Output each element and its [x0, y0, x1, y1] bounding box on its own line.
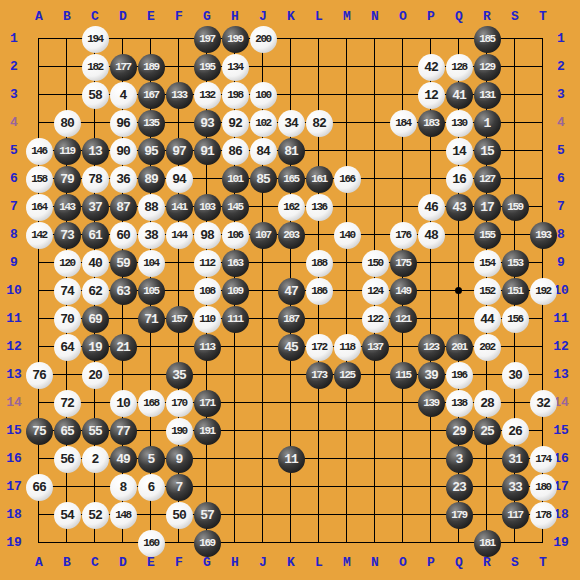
stone-white-112[interactable]: 112: [194, 250, 221, 277]
stone-black-165[interactable]: 165: [278, 166, 305, 193]
intersection-A12[interactable]: [25, 333, 53, 361]
intersection-E2[interactable]: 189: [137, 53, 165, 81]
intersection-J8[interactable]: 107: [249, 221, 277, 249]
stone-white-172[interactable]: 172: [306, 334, 333, 361]
intersection-C11[interactable]: 69: [81, 305, 109, 333]
intersection-N15[interactable]: [361, 417, 389, 445]
intersection-O9[interactable]: 175: [389, 249, 417, 277]
intersection-H12[interactable]: [221, 333, 249, 361]
intersection-O2[interactable]: [389, 53, 417, 81]
stone-black-9[interactable]: 9: [166, 446, 193, 473]
stone-black-153[interactable]: 153: [502, 250, 529, 277]
stone-white-188[interactable]: 188: [306, 250, 333, 277]
intersection-H17[interactable]: [221, 473, 249, 501]
intersection-M11[interactable]: [333, 305, 361, 333]
stone-black-181[interactable]: 181: [474, 530, 501, 557]
stone-white-156[interactable]: 156: [502, 306, 529, 333]
stone-white-76[interactable]: 76: [26, 362, 53, 389]
intersection-F12[interactable]: [165, 333, 193, 361]
intersection-C19[interactable]: [81, 529, 109, 557]
intersection-C9[interactable]: 40: [81, 249, 109, 277]
intersection-E13[interactable]: [137, 361, 165, 389]
intersection-D18[interactable]: 148: [109, 501, 137, 529]
intersection-S4[interactable]: [501, 109, 529, 137]
stone-white-154[interactable]: 154: [474, 250, 501, 277]
stone-black-19[interactable]: 19: [82, 334, 109, 361]
intersection-A19[interactable]: [25, 529, 53, 557]
intersection-N5[interactable]: [361, 137, 389, 165]
stone-white-46[interactable]: 46: [418, 194, 445, 221]
intersection-Q13[interactable]: 196: [445, 361, 473, 389]
stone-white-174[interactable]: 174: [530, 446, 557, 473]
intersection-B8[interactable]: 73: [53, 221, 81, 249]
intersection-J7[interactable]: [249, 193, 277, 221]
intersection-S19[interactable]: [501, 529, 529, 557]
intersection-M2[interactable]: [333, 53, 361, 81]
stone-black-137[interactable]: 137: [362, 334, 389, 361]
intersection-L19[interactable]: [305, 529, 333, 557]
stone-white-88[interactable]: 88: [138, 194, 165, 221]
intersection-M16[interactable]: [333, 445, 361, 473]
stone-black-113[interactable]: 113: [194, 334, 221, 361]
intersection-Q5[interactable]: 14: [445, 137, 473, 165]
intersection-J14[interactable]: [249, 389, 277, 417]
stone-white-34[interactable]: 34: [278, 110, 305, 137]
stone-white-4[interactable]: 4: [110, 82, 137, 109]
intersection-D10[interactable]: 63: [109, 277, 137, 305]
intersection-J19[interactable]: [249, 529, 277, 557]
intersection-P7[interactable]: 46: [417, 193, 445, 221]
intersection-K7[interactable]: 162: [277, 193, 305, 221]
intersection-N3[interactable]: [361, 81, 389, 109]
stone-white-58[interactable]: 58: [82, 82, 109, 109]
intersection-T17[interactable]: 180: [529, 473, 557, 501]
intersection-E12[interactable]: [137, 333, 165, 361]
stone-white-36[interactable]: 36: [110, 166, 137, 193]
intersection-O16[interactable]: [389, 445, 417, 473]
intersection-K17[interactable]: [277, 473, 305, 501]
intersection-L14[interactable]: [305, 389, 333, 417]
stone-black-123[interactable]: 123: [418, 334, 445, 361]
intersection-T16[interactable]: 174: [529, 445, 557, 473]
intersection-C7[interactable]: 37: [81, 193, 109, 221]
stone-black-155[interactable]: 155: [474, 222, 501, 249]
intersection-Q11[interactable]: [445, 305, 473, 333]
stone-black-81[interactable]: 81: [278, 138, 305, 165]
stone-black-187[interactable]: 187: [278, 306, 305, 333]
stone-black-57[interactable]: 57: [194, 502, 221, 529]
intersection-F2[interactable]: [165, 53, 193, 81]
stone-white-192[interactable]: 192: [530, 278, 557, 305]
intersection-H8[interactable]: 106: [221, 221, 249, 249]
intersection-B19[interactable]: [53, 529, 81, 557]
intersection-N12[interactable]: 137: [361, 333, 389, 361]
intersection-F10[interactable]: [165, 277, 193, 305]
intersection-O11[interactable]: 121: [389, 305, 417, 333]
stone-black-93[interactable]: 93: [194, 110, 221, 137]
intersection-J16[interactable]: [249, 445, 277, 473]
intersection-K4[interactable]: 34: [277, 109, 305, 137]
stone-white-28[interactable]: 28: [474, 390, 501, 417]
intersection-Q9[interactable]: [445, 249, 473, 277]
intersection-C12[interactable]: 19: [81, 333, 109, 361]
intersection-J13[interactable]: [249, 361, 277, 389]
stone-white-162[interactable]: 162: [278, 194, 305, 221]
intersection-H14[interactable]: [221, 389, 249, 417]
stone-black-63[interactable]: 63: [110, 278, 137, 305]
intersection-O13[interactable]: 115: [389, 361, 417, 389]
intersection-N2[interactable]: [361, 53, 389, 81]
intersection-N7[interactable]: [361, 193, 389, 221]
intersection-A4[interactable]: [25, 109, 53, 137]
intersection-N9[interactable]: 150: [361, 249, 389, 277]
intersection-Q3[interactable]: 41: [445, 81, 473, 109]
intersection-J12[interactable]: [249, 333, 277, 361]
intersection-G11[interactable]: 110: [193, 305, 221, 333]
stone-black-195[interactable]: 195: [194, 54, 221, 81]
intersection-E3[interactable]: 167: [137, 81, 165, 109]
intersection-N19[interactable]: [361, 529, 389, 557]
intersection-F4[interactable]: [165, 109, 193, 137]
intersection-D5[interactable]: 90: [109, 137, 137, 165]
stone-black-85[interactable]: 85: [250, 166, 277, 193]
intersection-Q10[interactable]: [445, 277, 473, 305]
stone-white-96[interactable]: 96: [110, 110, 137, 137]
intersection-R3[interactable]: 131: [473, 81, 501, 109]
intersection-L15[interactable]: [305, 417, 333, 445]
stone-white-152[interactable]: 152: [474, 278, 501, 305]
intersection-F9[interactable]: [165, 249, 193, 277]
stone-black-189[interactable]: 189: [138, 54, 165, 81]
stone-white-160[interactable]: 160: [138, 530, 165, 557]
stone-white-8[interactable]: 8: [110, 474, 137, 501]
intersection-R12[interactable]: 202: [473, 333, 501, 361]
stone-white-42[interactable]: 42: [418, 54, 445, 81]
intersection-O7[interactable]: [389, 193, 417, 221]
stone-white-178[interactable]: 178: [530, 502, 557, 529]
stone-white-124[interactable]: 124: [362, 278, 389, 305]
intersection-G1[interactable]: 197: [193, 25, 221, 53]
stone-white-168[interactable]: 168: [138, 390, 165, 417]
stone-black-71[interactable]: 71: [138, 306, 165, 333]
intersection-K10[interactable]: 47: [277, 277, 305, 305]
intersection-B16[interactable]: 56: [53, 445, 81, 473]
intersection-L10[interactable]: 186: [305, 277, 333, 305]
stone-white-16[interactable]: 16: [446, 166, 473, 193]
intersection-D14[interactable]: 10: [109, 389, 137, 417]
intersection-F18[interactable]: 50: [165, 501, 193, 529]
stone-black-77[interactable]: 77: [110, 418, 137, 445]
stone-white-72[interactable]: 72: [54, 390, 81, 417]
stone-black-145[interactable]: 145: [222, 194, 249, 221]
intersection-H1[interactable]: 199: [221, 25, 249, 53]
intersection-M6[interactable]: 166: [333, 165, 361, 193]
stone-white-94[interactable]: 94: [166, 166, 193, 193]
intersection-R2[interactable]: 129: [473, 53, 501, 81]
intersection-R15[interactable]: 25: [473, 417, 501, 445]
stone-black-159[interactable]: 159: [502, 194, 529, 221]
stone-black-149[interactable]: 149: [390, 278, 417, 305]
stone-black-193[interactable]: 193: [530, 222, 557, 249]
intersection-J10[interactable]: [249, 277, 277, 305]
intersection-B10[interactable]: 74: [53, 277, 81, 305]
intersection-H19[interactable]: [221, 529, 249, 557]
intersection-R6[interactable]: 127: [473, 165, 501, 193]
intersection-C15[interactable]: 55: [81, 417, 109, 445]
intersection-L16[interactable]: [305, 445, 333, 473]
intersection-T1[interactable]: [529, 25, 557, 53]
intersection-E10[interactable]: 105: [137, 277, 165, 305]
intersection-F15[interactable]: 190: [165, 417, 193, 445]
intersection-D1[interactable]: [109, 25, 137, 53]
stone-black-1[interactable]: 1: [474, 110, 501, 137]
intersection-K19[interactable]: [277, 529, 305, 557]
intersection-M18[interactable]: [333, 501, 361, 529]
intersection-M3[interactable]: [333, 81, 361, 109]
intersection-J1[interactable]: 200: [249, 25, 277, 53]
intersection-Q7[interactable]: 43: [445, 193, 473, 221]
stone-black-169[interactable]: 169: [194, 530, 221, 557]
stone-black-87[interactable]: 87: [110, 194, 137, 221]
stone-white-32[interactable]: 32: [530, 390, 557, 417]
stone-black-111[interactable]: 111: [222, 306, 249, 333]
stone-black-135[interactable]: 135: [138, 110, 165, 137]
stone-black-17[interactable]: 17: [474, 194, 501, 221]
intersection-G12[interactable]: 113: [193, 333, 221, 361]
intersection-B17[interactable]: [53, 473, 81, 501]
stone-black-49[interactable]: 49: [110, 446, 137, 473]
intersection-K6[interactable]: 165: [277, 165, 305, 193]
stone-white-90[interactable]: 90: [110, 138, 137, 165]
stone-black-47[interactable]: 47: [278, 278, 305, 305]
stone-black-69[interactable]: 69: [82, 306, 109, 333]
stone-white-48[interactable]: 48: [418, 222, 445, 249]
intersection-M12[interactable]: 118: [333, 333, 361, 361]
intersection-P5[interactable]: [417, 137, 445, 165]
intersection-Q12[interactable]: 201: [445, 333, 473, 361]
intersection-R8[interactable]: 155: [473, 221, 501, 249]
stone-black-29[interactable]: 29: [446, 418, 473, 445]
intersection-P9[interactable]: [417, 249, 445, 277]
stone-white-52[interactable]: 52: [82, 502, 109, 529]
intersection-A3[interactable]: [25, 81, 53, 109]
intersection-B13[interactable]: [53, 361, 81, 389]
stone-black-127[interactable]: 127: [474, 166, 501, 193]
intersection-F8[interactable]: 144: [165, 221, 193, 249]
intersection-Q18[interactable]: 179: [445, 501, 473, 529]
stone-black-37[interactable]: 37: [82, 194, 109, 221]
intersection-E19[interactable]: 160: [137, 529, 165, 557]
intersection-K14[interactable]: [277, 389, 305, 417]
intersection-G5[interactable]: 91: [193, 137, 221, 165]
intersection-S14[interactable]: [501, 389, 529, 417]
intersection-T8[interactable]: 193: [529, 221, 557, 249]
stone-black-39[interactable]: 39: [418, 362, 445, 389]
stone-black-119[interactable]: 119: [54, 138, 81, 165]
intersection-R7[interactable]: 17: [473, 193, 501, 221]
intersection-M15[interactable]: [333, 417, 361, 445]
intersection-S13[interactable]: 30: [501, 361, 529, 389]
intersection-H10[interactable]: 109: [221, 277, 249, 305]
intersection-E4[interactable]: 135: [137, 109, 165, 137]
intersection-A9[interactable]: [25, 249, 53, 277]
stone-white-108[interactable]: 108: [194, 278, 221, 305]
stone-white-102[interactable]: 102: [250, 110, 277, 137]
intersection-S16[interactable]: 31: [501, 445, 529, 473]
intersection-J17[interactable]: [249, 473, 277, 501]
stone-white-104[interactable]: 104: [138, 250, 165, 277]
intersection-R18[interactable]: [473, 501, 501, 529]
intersection-G15[interactable]: 191: [193, 417, 221, 445]
intersection-H13[interactable]: [221, 361, 249, 389]
stone-black-179[interactable]: 179: [446, 502, 473, 529]
stone-white-44[interactable]: 44: [474, 306, 501, 333]
stone-black-143[interactable]: 143: [54, 194, 81, 221]
intersection-N13[interactable]: [361, 361, 389, 389]
stone-black-141[interactable]: 141: [166, 194, 193, 221]
intersection-C13[interactable]: 20: [81, 361, 109, 389]
intersection-H15[interactable]: [221, 417, 249, 445]
intersection-J15[interactable]: [249, 417, 277, 445]
intersection-D11[interactable]: [109, 305, 137, 333]
intersection-E5[interactable]: 95: [137, 137, 165, 165]
intersection-P19[interactable]: [417, 529, 445, 557]
intersection-A18[interactable]: [25, 501, 53, 529]
intersection-M7[interactable]: [333, 193, 361, 221]
stone-white-138[interactable]: 138: [446, 390, 473, 417]
intersection-J3[interactable]: 100: [249, 81, 277, 109]
stone-white-40[interactable]: 40: [82, 250, 109, 277]
stone-white-120[interactable]: 120: [54, 250, 81, 277]
stone-white-148[interactable]: 148: [110, 502, 137, 529]
intersection-C3[interactable]: 58: [81, 81, 109, 109]
intersection-C5[interactable]: 13: [81, 137, 109, 165]
intersection-S2[interactable]: [501, 53, 529, 81]
stone-white-196[interactable]: 196: [446, 362, 473, 389]
stone-black-157[interactable]: 157: [166, 306, 193, 333]
intersection-F19[interactable]: [165, 529, 193, 557]
intersection-S8[interactable]: [501, 221, 529, 249]
intersection-H18[interactable]: [221, 501, 249, 529]
intersection-E15[interactable]: [137, 417, 165, 445]
stone-black-13[interactable]: 13: [82, 138, 109, 165]
intersection-F14[interactable]: 170: [165, 389, 193, 417]
intersection-C4[interactable]: [81, 109, 109, 137]
stone-black-35[interactable]: 35: [166, 362, 193, 389]
stone-black-199[interactable]: 199: [222, 26, 249, 53]
intersection-O12[interactable]: [389, 333, 417, 361]
intersection-B1[interactable]: [53, 25, 81, 53]
intersection-L18[interactable]: [305, 501, 333, 529]
intersection-O4[interactable]: 184: [389, 109, 417, 137]
stone-white-200[interactable]: 200: [250, 26, 277, 53]
intersection-N4[interactable]: [361, 109, 389, 137]
intersection-K1[interactable]: [277, 25, 305, 53]
intersection-A7[interactable]: 164: [25, 193, 53, 221]
intersection-D19[interactable]: [109, 529, 137, 557]
stone-white-158[interactable]: 158: [26, 166, 53, 193]
intersection-K5[interactable]: 81: [277, 137, 305, 165]
intersection-P2[interactable]: 42: [417, 53, 445, 81]
intersection-M8[interactable]: 140: [333, 221, 361, 249]
intersection-E14[interactable]: 168: [137, 389, 165, 417]
intersection-E11[interactable]: 71: [137, 305, 165, 333]
intersection-E1[interactable]: [137, 25, 165, 53]
intersection-Q14[interactable]: 138: [445, 389, 473, 417]
intersection-B14[interactable]: 72: [53, 389, 81, 417]
intersection-M19[interactable]: [333, 529, 361, 557]
intersection-O17[interactable]: [389, 473, 417, 501]
intersection-N11[interactable]: 122: [361, 305, 389, 333]
intersection-K12[interactable]: 45: [277, 333, 305, 361]
stone-white-60[interactable]: 60: [110, 222, 137, 249]
stone-black-115[interactable]: 115: [390, 362, 417, 389]
intersection-E6[interactable]: 89: [137, 165, 165, 193]
intersection-R13[interactable]: [473, 361, 501, 389]
intersection-B2[interactable]: [53, 53, 81, 81]
intersection-D6[interactable]: 36: [109, 165, 137, 193]
intersection-R9[interactable]: 154: [473, 249, 501, 277]
intersection-F1[interactable]: [165, 25, 193, 53]
intersection-K8[interactable]: 203: [277, 221, 305, 249]
intersection-O8[interactable]: 176: [389, 221, 417, 249]
intersection-C18[interactable]: 52: [81, 501, 109, 529]
intersection-B15[interactable]: 65: [53, 417, 81, 445]
intersection-P12[interactable]: 123: [417, 333, 445, 361]
intersection-J9[interactable]: [249, 249, 277, 277]
intersection-K18[interactable]: [277, 501, 305, 529]
intersection-C6[interactable]: 78: [81, 165, 109, 193]
intersection-B12[interactable]: 64: [53, 333, 81, 361]
stone-black-7[interactable]: 7: [166, 474, 193, 501]
stone-white-82[interactable]: 82: [306, 110, 333, 137]
intersection-K3[interactable]: [277, 81, 305, 109]
intersection-J5[interactable]: 84: [249, 137, 277, 165]
intersection-P10[interactable]: [417, 277, 445, 305]
intersection-S6[interactable]: [501, 165, 529, 193]
stone-black-79[interactable]: 79: [54, 166, 81, 193]
intersection-O19[interactable]: [389, 529, 417, 557]
stone-black-177[interactable]: 177: [110, 54, 137, 81]
intersection-G16[interactable]: [193, 445, 221, 473]
intersection-F7[interactable]: 141: [165, 193, 193, 221]
intersection-H6[interactable]: 101: [221, 165, 249, 193]
intersection-T3[interactable]: [529, 81, 557, 109]
intersection-M10[interactable]: [333, 277, 361, 305]
intersection-P17[interactable]: [417, 473, 445, 501]
intersection-M1[interactable]: [333, 25, 361, 53]
intersection-A13[interactable]: 76: [25, 361, 53, 389]
stone-white-20[interactable]: 20: [82, 362, 109, 389]
intersection-D8[interactable]: 60: [109, 221, 137, 249]
intersection-Q1[interactable]: [445, 25, 473, 53]
stone-white-12[interactable]: 12: [418, 82, 445, 109]
intersection-A5[interactable]: 146: [25, 137, 53, 165]
intersection-D17[interactable]: 8: [109, 473, 137, 501]
intersection-T4[interactable]: [529, 109, 557, 137]
intersection-H5[interactable]: 86: [221, 137, 249, 165]
intersection-G4[interactable]: 93: [193, 109, 221, 137]
stone-black-171[interactable]: 171: [194, 390, 221, 417]
intersection-P15[interactable]: [417, 417, 445, 445]
intersection-H4[interactable]: 92: [221, 109, 249, 137]
stone-black-31[interactable]: 31: [502, 446, 529, 473]
intersection-J6[interactable]: 85: [249, 165, 277, 193]
intersection-H11[interactable]: 111: [221, 305, 249, 333]
stone-white-132[interactable]: 132: [194, 82, 221, 109]
intersection-S17[interactable]: 33: [501, 473, 529, 501]
intersection-A17[interactable]: 66: [25, 473, 53, 501]
